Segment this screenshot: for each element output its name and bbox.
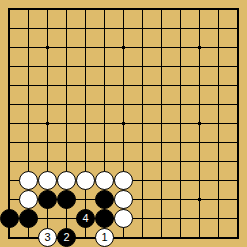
intersection-A9[interactable] (0, 76, 19, 95)
go-diagram: 4321 (0, 0, 247, 247)
intersection-L9[interactable] (190, 76, 209, 95)
go-board: 4321 (0, 0, 247, 247)
intersection-J6[interactable] (152, 133, 171, 152)
intersection-N12[interactable] (228, 19, 247, 38)
intersection-C9[interactable] (38, 76, 57, 95)
intersection-M3[interactable] (209, 190, 228, 209)
intersection-H10[interactable] (133, 57, 152, 76)
white-stone (114, 171, 133, 190)
intersection-F3[interactable] (95, 190, 114, 209)
black-stone (38, 190, 57, 209)
intersection-H12[interactable] (133, 19, 152, 38)
intersection-D8[interactable] (57, 95, 76, 114)
intersection-L8[interactable] (190, 95, 209, 114)
intersection-J9[interactable] (152, 76, 171, 95)
intersection-L3[interactable] (190, 190, 209, 209)
intersection-E3[interactable] (76, 190, 95, 209)
intersection-J3[interactable] (152, 190, 171, 209)
intersection-K1[interactable] (171, 228, 190, 247)
intersection-F10[interactable] (95, 57, 114, 76)
intersection-A7[interactable] (0, 114, 19, 133)
intersection-A3[interactable] (0, 190, 19, 209)
intersection-N7[interactable] (228, 114, 247, 133)
intersection-C4[interactable] (38, 171, 57, 190)
intersection-K12[interactable] (171, 19, 190, 38)
intersection-G1[interactable] (114, 228, 133, 247)
black-stone (0, 209, 19, 228)
white-stone: 3 (38, 228, 57, 247)
intersection-B12[interactable] (19, 19, 38, 38)
intersection-A13[interactable] (0, 0, 19, 19)
intersection-D13[interactable] (57, 0, 76, 19)
intersection-D4[interactable] (57, 171, 76, 190)
intersection-A5[interactable] (0, 152, 19, 171)
intersection-F12[interactable] (95, 19, 114, 38)
intersection-C12[interactable] (38, 19, 57, 38)
intersection-E2[interactable]: 4 (76, 209, 95, 228)
intersection-G7[interactable] (114, 114, 133, 133)
white-stone (19, 190, 38, 209)
intersection-E11[interactable] (76, 38, 95, 57)
black-stone (95, 190, 114, 209)
intersection-D5[interactable] (57, 152, 76, 171)
intersection-K2[interactable] (171, 209, 190, 228)
intersection-N3[interactable] (228, 190, 247, 209)
intersection-G8[interactable] (114, 95, 133, 114)
intersection-J12[interactable] (152, 19, 171, 38)
intersection-A10[interactable] (0, 57, 19, 76)
black-stone (19, 209, 38, 228)
intersection-K10[interactable] (171, 57, 190, 76)
intersection-G11[interactable] (114, 38, 133, 57)
intersection-J1[interactable] (152, 228, 171, 247)
intersection-E12[interactable] (76, 19, 95, 38)
intersection-E5[interactable] (76, 152, 95, 171)
intersection-G4[interactable] (114, 171, 133, 190)
intersection-L12[interactable] (190, 19, 209, 38)
white-stone: 1 (95, 228, 114, 247)
intersection-H13[interactable] (133, 0, 152, 19)
intersection-D7[interactable] (57, 114, 76, 133)
intersection-B9[interactable] (19, 76, 38, 95)
intersection-grid: 4321 (0, 0, 247, 247)
intersection-G10[interactable] (114, 57, 133, 76)
intersection-H5[interactable] (133, 152, 152, 171)
intersection-H2[interactable] (133, 209, 152, 228)
white-stone (19, 171, 38, 190)
move-number: 2 (63, 232, 69, 243)
intersection-D12[interactable] (57, 19, 76, 38)
intersection-G2[interactable] (114, 209, 133, 228)
intersection-G12[interactable] (114, 19, 133, 38)
intersection-J11[interactable] (152, 38, 171, 57)
white-stone (114, 209, 133, 228)
intersection-N6[interactable] (228, 133, 247, 152)
intersection-B6[interactable] (19, 133, 38, 152)
intersection-F1[interactable]: 1 (95, 228, 114, 247)
intersection-D2[interactable] (57, 209, 76, 228)
intersection-H6[interactable] (133, 133, 152, 152)
intersection-M7[interactable] (209, 114, 228, 133)
intersection-D6[interactable] (57, 133, 76, 152)
intersection-N4[interactable] (228, 171, 247, 190)
intersection-L2[interactable] (190, 209, 209, 228)
intersection-D11[interactable] (57, 38, 76, 57)
intersection-L4[interactable] (190, 171, 209, 190)
intersection-B10[interactable] (19, 57, 38, 76)
white-stone (38, 171, 57, 190)
intersection-M11[interactable] (209, 38, 228, 57)
intersection-H1[interactable] (133, 228, 152, 247)
intersection-J4[interactable] (152, 171, 171, 190)
intersection-H3[interactable] (133, 190, 152, 209)
intersection-C5[interactable] (38, 152, 57, 171)
intersection-F6[interactable] (95, 133, 114, 152)
intersection-C6[interactable] (38, 133, 57, 152)
intersection-J8[interactable] (152, 95, 171, 114)
intersection-F9[interactable] (95, 76, 114, 95)
intersection-G5[interactable] (114, 152, 133, 171)
intersection-N2[interactable] (228, 209, 247, 228)
intersection-K6[interactable] (171, 133, 190, 152)
intersection-B8[interactable] (19, 95, 38, 114)
intersection-N5[interactable] (228, 152, 247, 171)
intersection-N1[interactable] (228, 228, 247, 247)
black-stone (57, 190, 76, 209)
intersection-E4[interactable] (76, 171, 95, 190)
intersection-N9[interactable] (228, 76, 247, 95)
intersection-H7[interactable] (133, 114, 152, 133)
intersection-B5[interactable] (19, 152, 38, 171)
intersection-J13[interactable] (152, 0, 171, 19)
move-number: 1 (101, 232, 107, 243)
intersection-A11[interactable] (0, 38, 19, 57)
intersection-D9[interactable] (57, 76, 76, 95)
intersection-G9[interactable] (114, 76, 133, 95)
intersection-M8[interactable] (209, 95, 228, 114)
intersection-H9[interactable] (133, 76, 152, 95)
intersection-B3[interactable] (19, 190, 38, 209)
intersection-F2[interactable] (95, 209, 114, 228)
intersection-C8[interactable] (38, 95, 57, 114)
intersection-H11[interactable] (133, 38, 152, 57)
intersection-J7[interactable] (152, 114, 171, 133)
intersection-F11[interactable] (95, 38, 114, 57)
intersection-B13[interactable] (19, 0, 38, 19)
intersection-M6[interactable] (209, 133, 228, 152)
intersection-C13[interactable] (38, 0, 57, 19)
move-number: 3 (44, 232, 50, 243)
intersection-E7[interactable] (76, 114, 95, 133)
intersection-G6[interactable] (114, 133, 133, 152)
intersection-K3[interactable] (171, 190, 190, 209)
intersection-B11[interactable] (19, 38, 38, 57)
intersection-A4[interactable] (0, 171, 19, 190)
intersection-J5[interactable] (152, 152, 171, 171)
intersection-A1[interactable] (0, 228, 19, 247)
intersection-L7[interactable] (190, 114, 209, 133)
intersection-A6[interactable] (0, 133, 19, 152)
intersection-N13[interactable] (228, 0, 247, 19)
intersection-J10[interactable] (152, 57, 171, 76)
intersection-C1[interactable]: 3 (38, 228, 57, 247)
intersection-B1[interactable] (19, 228, 38, 247)
intersection-E8[interactable] (76, 95, 95, 114)
intersection-K9[interactable] (171, 76, 190, 95)
intersection-L11[interactable] (190, 38, 209, 57)
intersection-C2[interactable] (38, 209, 57, 228)
intersection-H4[interactable] (133, 171, 152, 190)
intersection-F13[interactable] (95, 0, 114, 19)
intersection-B2[interactable] (19, 209, 38, 228)
black-stone (95, 209, 114, 228)
white-stone (76, 171, 95, 190)
intersection-C10[interactable] (38, 57, 57, 76)
intersection-L5[interactable] (190, 152, 209, 171)
intersection-D10[interactable] (57, 57, 76, 76)
intersection-H8[interactable] (133, 95, 152, 114)
intersection-E1[interactable] (76, 228, 95, 247)
white-stone (57, 171, 76, 190)
intersection-K11[interactable] (171, 38, 190, 57)
intersection-E13[interactable] (76, 0, 95, 19)
black-stone: 2 (57, 228, 76, 247)
intersection-C3[interactable] (38, 190, 57, 209)
intersection-K4[interactable] (171, 171, 190, 190)
intersection-N8[interactable] (228, 95, 247, 114)
black-stone: 4 (76, 209, 95, 228)
intersection-K8[interactable] (171, 95, 190, 114)
intersection-M9[interactable] (209, 76, 228, 95)
intersection-D1[interactable]: 2 (57, 228, 76, 247)
intersection-C11[interactable] (38, 38, 57, 57)
intersection-C7[interactable] (38, 114, 57, 133)
intersection-K13[interactable] (171, 0, 190, 19)
intersection-M12[interactable] (209, 19, 228, 38)
intersection-B4[interactable] (19, 171, 38, 190)
intersection-K5[interactable] (171, 152, 190, 171)
intersection-G13[interactable] (114, 0, 133, 19)
intersection-M10[interactable] (209, 57, 228, 76)
intersection-F4[interactable] (95, 171, 114, 190)
intersection-M2[interactable] (209, 209, 228, 228)
intersection-L13[interactable] (190, 0, 209, 19)
intersection-A12[interactable] (0, 19, 19, 38)
intersection-G3[interactable] (114, 190, 133, 209)
move-number: 4 (82, 213, 88, 224)
intersection-L6[interactable] (190, 133, 209, 152)
intersection-B7[interactable] (19, 114, 38, 133)
intersection-L1[interactable] (190, 228, 209, 247)
intersection-E9[interactable] (76, 76, 95, 95)
intersection-M5[interactable] (209, 152, 228, 171)
intersection-L10[interactable] (190, 57, 209, 76)
intersection-K7[interactable] (171, 114, 190, 133)
intersection-E6[interactable] (76, 133, 95, 152)
intersection-A8[interactable] (0, 95, 19, 114)
intersection-J2[interactable] (152, 209, 171, 228)
intersection-E10[interactable] (76, 57, 95, 76)
intersection-F8[interactable] (95, 95, 114, 114)
intersection-F7[interactable] (95, 114, 114, 133)
white-stone (114, 190, 133, 209)
intersection-M1[interactable] (209, 228, 228, 247)
intersection-A2[interactable] (0, 209, 19, 228)
white-stone (95, 171, 114, 190)
intersection-N11[interactable] (228, 38, 247, 57)
intersection-N10[interactable] (228, 57, 247, 76)
intersection-F5[interactable] (95, 152, 114, 171)
intersection-M13[interactable] (209, 0, 228, 19)
intersection-M4[interactable] (209, 171, 228, 190)
intersection-D3[interactable] (57, 190, 76, 209)
